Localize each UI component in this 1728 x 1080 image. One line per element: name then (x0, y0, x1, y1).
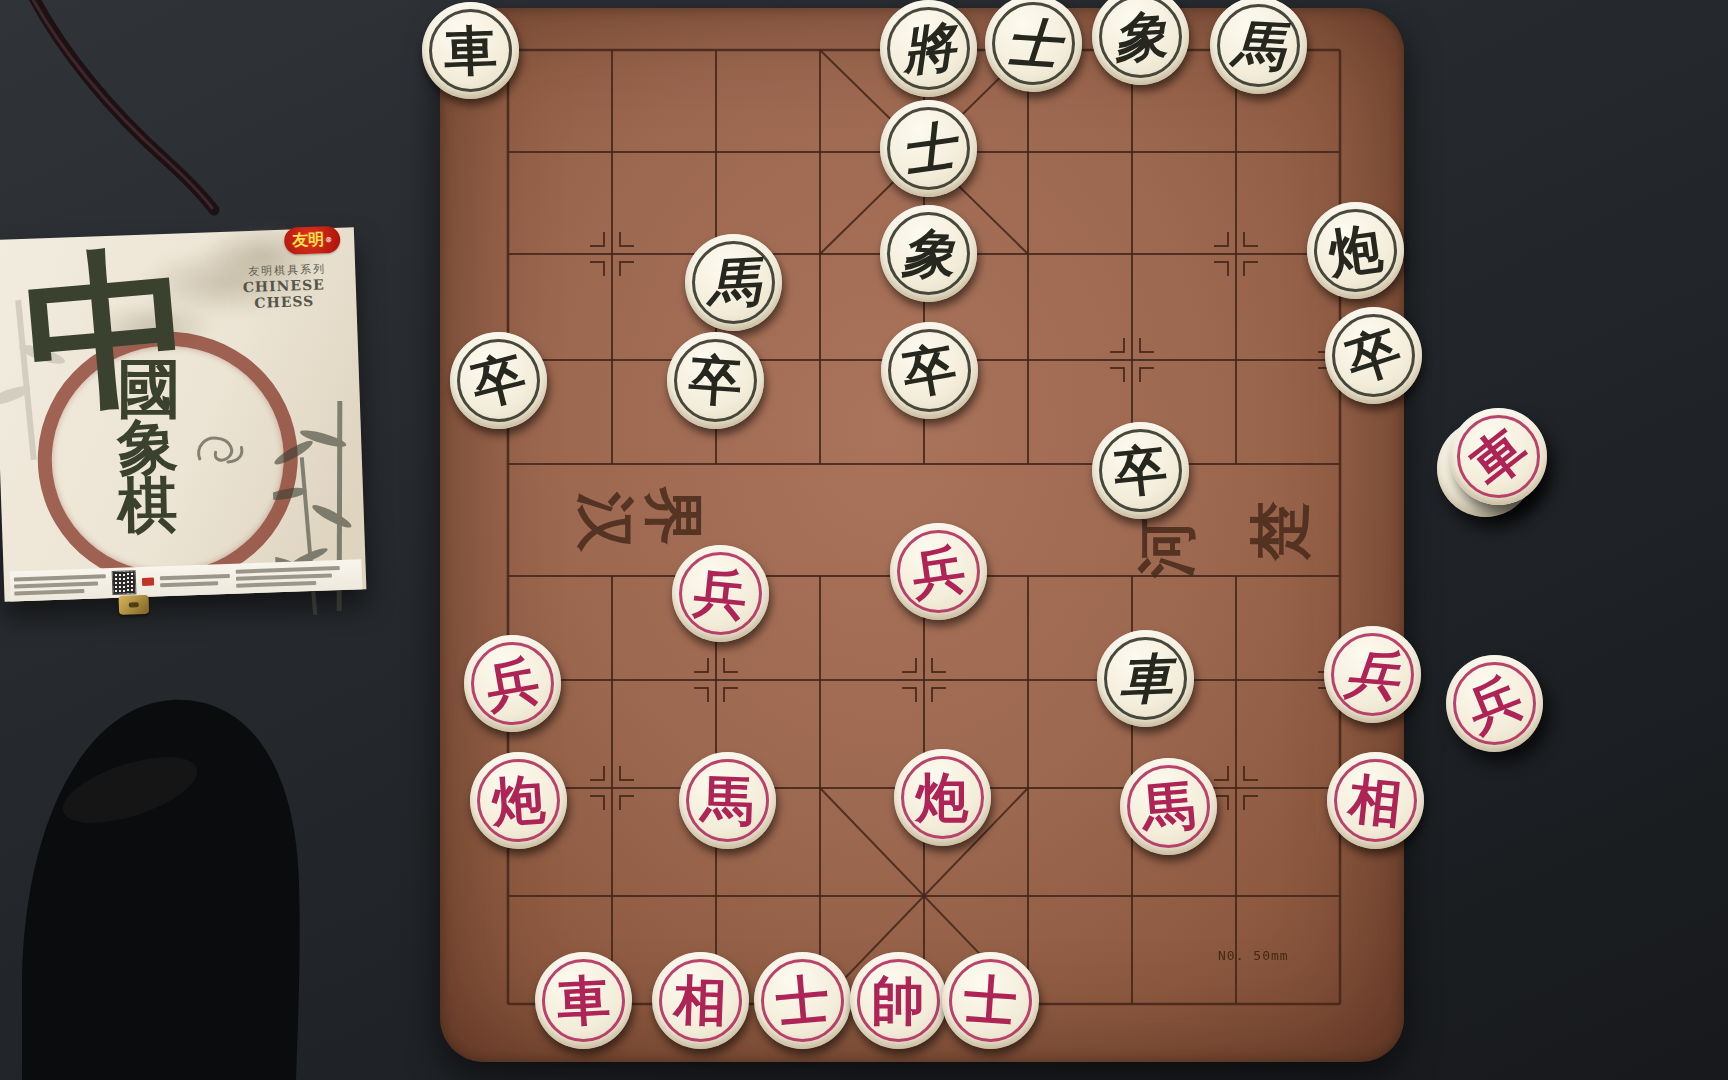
cup-silhouette (22, 700, 300, 1080)
piece-glyph: 兵 (691, 564, 749, 622)
piece-glyph: 將 (899, 19, 957, 77)
piece-glyph: 馬 (1139, 777, 1196, 834)
piece-red-soldier[interactable]: 兵 (1446, 655, 1543, 752)
box-clasp (118, 595, 149, 615)
piece-red-chariot[interactable]: 車 (535, 952, 632, 1049)
piece-red-soldier[interactable]: 兵 (890, 523, 987, 620)
piece-glyph: 馬 (700, 773, 755, 828)
piece-glyph: 相 (673, 973, 728, 1028)
piece-glyph: 士 (898, 118, 958, 178)
qr-code (112, 570, 137, 595)
piece-glyph: 兵 (1343, 645, 1400, 702)
piece-red-soldier[interactable]: 兵 (672, 545, 769, 642)
fine-print (14, 574, 107, 595)
cable (30, 0, 214, 210)
piece-black-soldier[interactable]: 卒 (1325, 307, 1422, 404)
box-subtitle: CHINESE CHESS (218, 276, 351, 313)
piece-red-cannon[interactable]: 炮 (470, 752, 567, 849)
piece-glyph: 象 (901, 226, 956, 281)
piece-black-elephant[interactable]: 象 (880, 205, 977, 302)
piece-red-soldier[interactable]: 兵 (464, 635, 561, 732)
river-label: 界 (644, 486, 704, 546)
piece-glyph: 車 (1118, 651, 1173, 706)
piece-glyph: 炮 (1325, 220, 1385, 280)
piece-glyph: 帥 (872, 974, 925, 1027)
piece-red-advisor[interactable]: 士 (754, 952, 851, 1049)
river-label: 汉 (576, 492, 636, 552)
river-label: 河 (1136, 518, 1196, 578)
bamboo-art-faint (0, 293, 74, 466)
table-surface: 汉界河楚 N0. 50mm 車將士象馬士象馬炮卒卒卒卒卒車兵兵兵兵炮馬炮馬相車相… (0, 0, 1728, 1080)
piece-black-chariot[interactable]: 車 (1097, 630, 1194, 727)
piece-glyph: 車 (443, 23, 498, 78)
piece-glyph: 炮 (490, 772, 547, 829)
piece-red-advisor[interactable]: 士 (942, 952, 1039, 1049)
cup-highlight (55, 744, 204, 837)
brand-logo: 友明® (284, 226, 341, 255)
piece-glyph: 卒 (1111, 441, 1169, 499)
piece-glyph: 兵 (908, 541, 968, 601)
piece-glyph: 卒 (1340, 322, 1407, 389)
piece-black-soldier[interactable]: 卒 (1092, 422, 1189, 519)
piece-black-soldier[interactable]: 卒 (450, 332, 547, 429)
piece-glyph: 相 (1346, 771, 1404, 829)
piece-black-horse[interactable]: 馬 (1210, 0, 1307, 94)
piece-red-soldier[interactable]: 兵 (1324, 626, 1421, 723)
piece-red-cannon[interactable]: 炮 (894, 749, 991, 846)
piece-glyph: 馬 (705, 254, 761, 310)
piece-glyph: 兵 (481, 652, 542, 713)
piece-red-horse[interactable]: 馬 (679, 752, 776, 849)
piece-glyph: 士 (773, 971, 830, 1028)
piece-red-elephant[interactable]: 相 (1327, 752, 1424, 849)
fine-print (160, 573, 230, 586)
piece-black-general[interactable]: 將 (880, 0, 977, 97)
piece-black-advisor[interactable]: 士 (880, 100, 977, 197)
red-tag (142, 578, 154, 586)
piece-glyph: 象 (1112, 8, 1169, 65)
piece-black-soldier[interactable]: 卒 (667, 332, 764, 429)
fine-print (236, 566, 341, 588)
piece-glyph: 車 (555, 972, 611, 1028)
piece-glyph: 士 (962, 972, 1019, 1029)
piece-glyph: 炮 (916, 771, 969, 824)
board-size-label: N0. 50mm (1218, 948, 1289, 963)
piece-red-elephant[interactable]: 相 (652, 952, 749, 1049)
piece-glyph: 士 (1005, 15, 1062, 72)
piece-glyph: 兵 (1460, 669, 1529, 738)
piece-black-horse[interactable]: 馬 (685, 234, 782, 331)
piece-black-cannon[interactable]: 炮 (1307, 202, 1404, 299)
piece-glyph: 車 (1461, 419, 1535, 493)
river-label: 楚 (1249, 501, 1309, 561)
chess-box: 友明® 友明棋具系列 CHINESE CHESS 中 國 象 棋 (0, 227, 366, 601)
piece-glyph: 卒 (898, 339, 959, 400)
piece-red-general[interactable]: 帥 (850, 952, 947, 1049)
piece-red-chariot[interactable]: 車 (1450, 408, 1547, 505)
piece-black-advisor[interactable]: 士 (985, 0, 1082, 92)
piece-black-soldier[interactable]: 卒 (881, 322, 978, 419)
piece-red-horse[interactable]: 馬 (1120, 758, 1217, 855)
piece-glyph: 卒 (687, 352, 744, 409)
title-char-qi: 棋 (117, 474, 178, 535)
piece-glyph: 卒 (466, 348, 530, 412)
cloud-swirl-art (191, 427, 249, 473)
piece-black-chariot[interactable]: 車 (422, 2, 519, 99)
piece-glyph: 馬 (1230, 17, 1286, 73)
cable-highlight (28, 0, 212, 208)
